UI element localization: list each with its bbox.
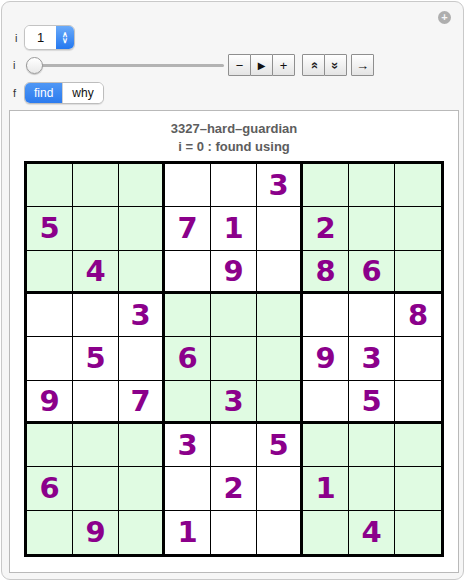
cell-r2c2 (73, 207, 119, 250)
cell-r9c3 (119, 511, 165, 554)
puzzle-title: 3327–hard–guardian (10, 121, 458, 136)
cell-r9c1 (27, 511, 73, 554)
i-value-stepper[interactable]: 1 ∧ ∨ (24, 25, 75, 50)
cell-r6c1: 9 (27, 381, 73, 424)
cell-r9c7 (303, 511, 349, 554)
sudoku-grid: 357124986385693973535621914 (24, 161, 444, 557)
cell-r8c5: 2 (211, 467, 257, 510)
cell-r2c3 (119, 207, 165, 250)
cell-r5c6 (257, 337, 303, 380)
cell-r3c7: 8 (303, 251, 349, 294)
stepper-chevrons-icon[interactable]: ∧ ∨ (56, 26, 74, 49)
cell-r6c9 (395, 381, 441, 424)
slower-button[interactable]: » (324, 54, 347, 76)
play-icon: ▶ (258, 60, 266, 71)
cell-r7c2 (73, 424, 119, 467)
cell-r4c9: 8 (395, 294, 441, 337)
cell-r6c7 (303, 381, 349, 424)
cell-r2c9 (395, 207, 441, 250)
toggle-label: f (13, 87, 16, 99)
cell-r7c8 (349, 424, 395, 467)
cell-r9c8: 4 (349, 511, 395, 554)
cell-r3c9 (395, 251, 441, 294)
cell-r4c7 (303, 294, 349, 337)
cell-r4c4 (165, 294, 211, 337)
dropdown-label: i (15, 32, 17, 44)
cell-r3c6 (257, 251, 303, 294)
cell-r3c8: 6 (349, 251, 395, 294)
cell-r3c2: 4 (73, 251, 119, 294)
double-chevron-up-icon: » (306, 61, 321, 68)
cell-r4c3: 3 (119, 294, 165, 337)
cell-r8c9 (395, 467, 441, 510)
faster-button[interactable]: » (302, 54, 325, 76)
cell-r6c8: 5 (349, 381, 395, 424)
cell-r6c4 (165, 381, 211, 424)
status-line: i = 0 : found using (10, 139, 458, 154)
manipulate-frame: + i 1 ∧ ∨ i − ▶ + » » → f find why 3327–… (1, 1, 464, 580)
cell-r1c6: 3 (257, 164, 303, 207)
cell-r8c7: 1 (303, 467, 349, 510)
cell-r6c5: 3 (211, 381, 257, 424)
cell-r8c8 (349, 467, 395, 510)
plus-icon: + (280, 58, 288, 73)
cell-r2c1: 5 (27, 207, 73, 250)
cell-r1c2 (73, 164, 119, 207)
cell-r9c6 (257, 511, 303, 554)
slider-thumb[interactable] (26, 57, 43, 74)
cell-r4c5 (211, 294, 257, 337)
cell-r2c8 (349, 207, 395, 250)
expand-icon[interactable]: + (438, 11, 451, 24)
chevron-down-icon: ∨ (62, 38, 68, 44)
cell-r4c8 (349, 294, 395, 337)
play-button[interactable]: ▶ (250, 54, 273, 76)
cell-r4c1 (27, 294, 73, 337)
cell-r6c2 (73, 381, 119, 424)
cell-r4c2 (73, 294, 119, 337)
double-chevron-down-icon: » (328, 61, 343, 68)
step-forward-button[interactable]: + (272, 54, 295, 76)
cell-r8c2 (73, 467, 119, 510)
cell-r9c2: 9 (73, 511, 119, 554)
cell-r6c3: 7 (119, 381, 165, 424)
f-toggle-group: find why (24, 82, 104, 104)
cell-r1c8 (349, 164, 395, 207)
cell-r2c5: 1 (211, 207, 257, 250)
cell-r5c3 (119, 337, 165, 380)
minus-icon: − (236, 58, 244, 73)
cell-r5c9 (395, 337, 441, 380)
cell-r7c1 (27, 424, 73, 467)
cell-r5c7: 9 (303, 337, 349, 380)
cell-r8c4 (165, 467, 211, 510)
cell-r2c4: 7 (165, 207, 211, 250)
stepper-value: 1 (25, 26, 56, 49)
cell-r6c6 (257, 381, 303, 424)
cell-r1c4 (165, 164, 211, 207)
cell-r7c4: 3 (165, 424, 211, 467)
cell-r7c9 (395, 424, 441, 467)
cell-r9c4: 1 (165, 511, 211, 554)
cell-r1c1 (27, 164, 73, 207)
cell-r2c7: 2 (303, 207, 349, 250)
slider-label: i (13, 59, 15, 71)
cell-r7c7 (303, 424, 349, 467)
direction-button[interactable]: → (351, 54, 374, 76)
why-button[interactable]: why (62, 83, 102, 103)
cell-r5c8: 3 (349, 337, 395, 380)
cell-r1c7 (303, 164, 349, 207)
cell-r2c6 (257, 207, 303, 250)
cell-r3c3 (119, 251, 165, 294)
right-arrow-icon: → (356, 58, 369, 73)
cell-r3c1 (27, 251, 73, 294)
cell-r7c6: 5 (257, 424, 303, 467)
cell-r8c1: 6 (27, 467, 73, 510)
cell-r9c9 (395, 511, 441, 554)
cell-r5c2: 5 (73, 337, 119, 380)
cell-r3c5: 9 (211, 251, 257, 294)
cell-r5c5 (211, 337, 257, 380)
cell-r7c5 (211, 424, 257, 467)
find-button[interactable]: find (25, 83, 62, 103)
cell-r8c3 (119, 467, 165, 510)
cell-r9c5 (211, 511, 257, 554)
cell-r7c3 (119, 424, 165, 467)
cell-r1c3 (119, 164, 165, 207)
output-panel: 3327–hard–guardian i = 0 : found using 3… (9, 110, 459, 573)
i-slider[interactable] (26, 55, 224, 75)
cell-r1c5 (211, 164, 257, 207)
step-back-button[interactable]: − (228, 54, 251, 76)
cell-r5c4: 6 (165, 337, 211, 380)
cell-r3c4 (165, 251, 211, 294)
cell-r5c1 (27, 337, 73, 380)
cell-r1c9 (395, 164, 441, 207)
cell-r8c6 (257, 467, 303, 510)
slider-track[interactable] (26, 64, 224, 67)
cell-r4c6 (257, 294, 303, 337)
